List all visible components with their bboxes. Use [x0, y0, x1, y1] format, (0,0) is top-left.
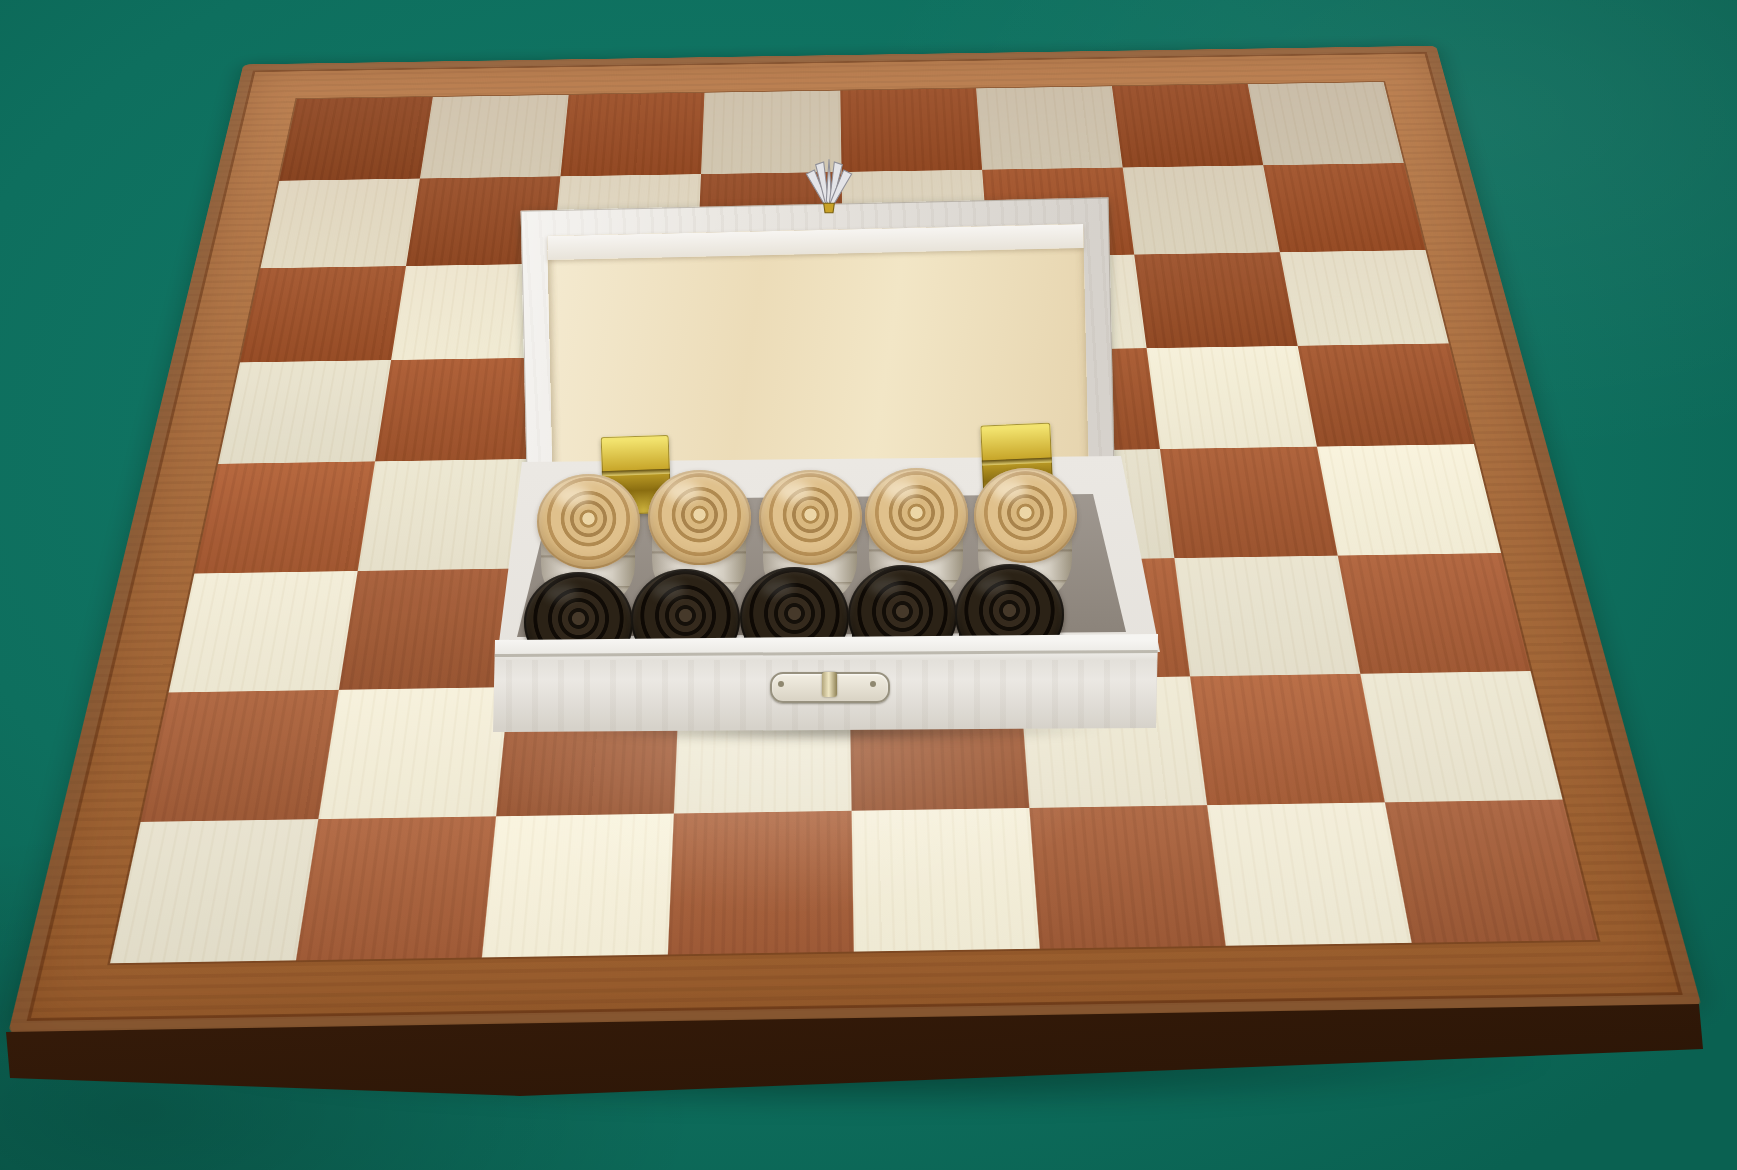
- light-checker-stack[interactable]: [537, 474, 640, 569]
- light-checker-face: [865, 468, 968, 563]
- light-checker-stack[interactable]: [865, 468, 968, 563]
- light-checker-stack[interactable]: [759, 470, 862, 565]
- light-checker-face: [759, 470, 862, 565]
- light-checker-stack[interactable]: [974, 468, 1077, 563]
- light-checker-stack[interactable]: [648, 470, 751, 565]
- light-checker-face: [537, 474, 640, 569]
- light-checker-face: [648, 470, 751, 565]
- checker-stacks: [0, 0, 1737, 1170]
- light-checker-face: [974, 468, 1077, 563]
- box-latch-icon: [770, 672, 890, 703]
- photo-scene: [0, 0, 1737, 1170]
